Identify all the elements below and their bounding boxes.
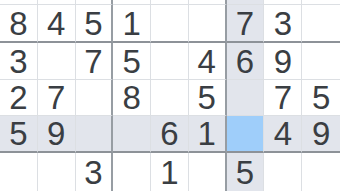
cell-r3c4[interactable]: 1 (113, 5, 151, 43)
cell-r5c3[interactable] (76, 80, 114, 116)
cell-r4c2[interactable] (38, 43, 76, 80)
cell-r3c5[interactable] (151, 5, 189, 43)
cell-r7c7[interactable]: 5 (227, 153, 265, 191)
cell-r7c5[interactable]: 1 (151, 153, 189, 191)
cell-r5c8[interactable]: 7 (264, 80, 302, 116)
cell-r6c3[interactable] (76, 116, 114, 153)
cell-r4c5[interactable] (151, 43, 189, 80)
cell-r6c4[interactable] (113, 116, 151, 153)
cell-r7c6[interactable] (189, 153, 227, 191)
cell-r7c2[interactable] (38, 153, 76, 191)
cell-r6c9[interactable]: 9 (302, 116, 340, 153)
cell-r3c1[interactable]: 8 (0, 5, 38, 43)
cell-r7c1[interactable] (0, 153, 38, 191)
cell-r6c2[interactable]: 9 (38, 116, 76, 153)
cell-r4c8[interactable]: 9 (264, 43, 302, 80)
cell-r3c6[interactable] (189, 5, 227, 43)
cell-r5c6[interactable]: 5 (189, 80, 227, 116)
cell-r7c8[interactable] (264, 153, 302, 191)
cell-r5c9[interactable]: 5 (302, 80, 340, 116)
cell-r6c5[interactable]: 6 (151, 116, 189, 153)
cell-r5c2[interactable]: 7 (38, 80, 76, 116)
cell-r7c9[interactable] (302, 153, 340, 191)
cell-r3c8[interactable]: 3 (264, 5, 302, 43)
cell-r4c4[interactable]: 5 (113, 43, 151, 80)
cell-r4c9[interactable] (302, 43, 340, 80)
cell-r3c7[interactable]: 7 (227, 5, 265, 43)
cell-r6c8[interactable]: 4 (264, 116, 302, 153)
cell-r6c7-selected[interactable] (227, 116, 265, 153)
cell-r7c3[interactable]: 3 (76, 153, 114, 191)
cell-r5c1[interactable]: 2 (0, 80, 38, 116)
cell-r3c2[interactable]: 4 (38, 5, 76, 43)
cell-r6c6[interactable]: 1 (189, 116, 227, 153)
cell-r4c3[interactable]: 7 (76, 43, 114, 80)
sudoku-board: 845173375469278575596149315 (0, 0, 340, 191)
cell-r5c7[interactable] (227, 80, 265, 116)
cell-r4c1[interactable]: 3 (0, 43, 38, 80)
cell-r5c5[interactable] (151, 80, 189, 116)
cell-r7c4[interactable] (113, 153, 151, 191)
cell-r3c3[interactable]: 5 (76, 5, 114, 43)
cell-r6c1[interactable]: 5 (0, 116, 38, 153)
cell-r4c7[interactable]: 6 (227, 43, 265, 80)
cell-r5c4[interactable]: 8 (113, 80, 151, 116)
cell-r3c9[interactable] (302, 5, 340, 43)
sudoku-app-viewport: 845173375469278575596149315 (0, 0, 340, 191)
cell-r4c6[interactable]: 4 (189, 43, 227, 80)
